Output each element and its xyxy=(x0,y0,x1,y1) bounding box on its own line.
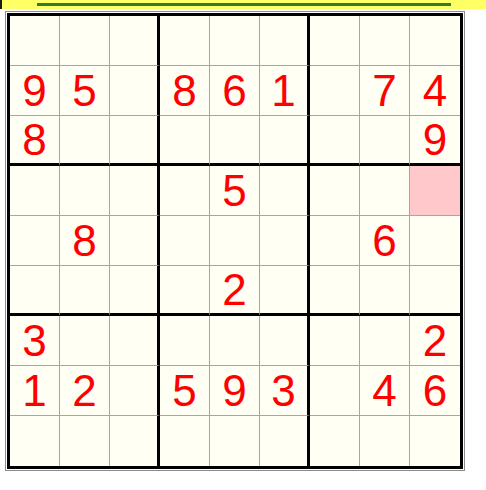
timer-bar xyxy=(0,0,486,9)
cell-r9c4[interactable] xyxy=(160,416,210,466)
cell-r9c1[interactable] xyxy=(10,416,60,466)
cell-r6c2[interactable] xyxy=(60,266,110,316)
cell-r5c1[interactable] xyxy=(10,216,60,266)
cell-r6c1[interactable] xyxy=(10,266,60,316)
cell-r8c5[interactable]: 9 xyxy=(210,366,260,416)
cell-r4c4[interactable] xyxy=(160,166,210,216)
cell-r4c2[interactable] xyxy=(60,166,110,216)
cell-r3c6[interactable] xyxy=(260,116,310,166)
cell-r6c7[interactable] xyxy=(310,266,360,316)
cell-r4c3[interactable] xyxy=(110,166,160,216)
cell-r4c1[interactable] xyxy=(10,166,60,216)
cell-r9c8[interactable] xyxy=(360,416,410,466)
cell-r9c7[interactable] xyxy=(310,416,360,466)
cell-r8c9[interactable]: 6 xyxy=(410,366,460,416)
cell-r6c5[interactable]: 2 xyxy=(210,266,260,316)
cell-r1c1[interactable] xyxy=(10,16,60,66)
cell-r2c8[interactable]: 7 xyxy=(360,66,410,116)
cell-r8c4[interactable]: 5 xyxy=(160,366,210,416)
cell-r7c6[interactable] xyxy=(260,316,310,366)
cell-r9c9[interactable] xyxy=(410,416,460,466)
cell-r3c9[interactable]: 9 xyxy=(410,116,460,166)
cell-r6c9[interactable] xyxy=(410,266,460,316)
cell-r6c8[interactable] xyxy=(360,266,410,316)
cell-r1c7[interactable] xyxy=(310,16,360,66)
cell-r9c6[interactable] xyxy=(260,416,310,466)
cell-r3c4[interactable] xyxy=(160,116,210,166)
cell-r9c3[interactable] xyxy=(110,416,160,466)
cell-r7c2[interactable] xyxy=(60,316,110,366)
cell-r2c9[interactable]: 4 xyxy=(410,66,460,116)
cell-r8c1[interactable]: 1 xyxy=(10,366,60,416)
cell-r1c6[interactable] xyxy=(260,16,310,66)
cell-r1c4[interactable] xyxy=(160,16,210,66)
cell-r4c8[interactable] xyxy=(360,166,410,216)
cell-r2c7[interactable] xyxy=(310,66,360,116)
cell-r3c2[interactable] xyxy=(60,116,110,166)
sudoku-board: 9586174895862321259346 xyxy=(7,13,463,469)
cell-r5c5[interactable] xyxy=(210,216,260,266)
cell-r3c8[interactable] xyxy=(360,116,410,166)
cell-r8c3[interactable] xyxy=(110,366,160,416)
cell-r5c8[interactable]: 6 xyxy=(360,216,410,266)
cell-r8c2[interactable]: 2 xyxy=(60,366,110,416)
cell-r7c9[interactable]: 2 xyxy=(410,316,460,366)
cell-r5c6[interactable] xyxy=(260,216,310,266)
cell-r4c6[interactable] xyxy=(260,166,310,216)
cell-r4c9[interactable] xyxy=(410,166,460,216)
cell-r7c3[interactable] xyxy=(110,316,160,366)
cell-r7c4[interactable] xyxy=(160,316,210,366)
cell-r1c2[interactable] xyxy=(60,16,110,66)
cell-r5c4[interactable] xyxy=(160,216,210,266)
cell-r1c5[interactable] xyxy=(210,16,260,66)
cell-r7c8[interactable] xyxy=(360,316,410,366)
cell-r6c3[interactable] xyxy=(110,266,160,316)
cell-r3c1[interactable]: 8 xyxy=(10,116,60,166)
cell-r6c4[interactable] xyxy=(160,266,210,316)
cell-r2c3[interactable] xyxy=(110,66,160,116)
timer-progress-line xyxy=(37,3,451,6)
cell-r5c2[interactable]: 8 xyxy=(60,216,110,266)
cell-r5c3[interactable] xyxy=(110,216,160,266)
sudoku-board-frame: 9586174895862321259346 xyxy=(5,11,465,471)
cell-r2c6[interactable]: 1 xyxy=(260,66,310,116)
cell-r1c8[interactable] xyxy=(360,16,410,66)
cell-r8c8[interactable]: 4 xyxy=(360,366,410,416)
cell-r2c5[interactable]: 6 xyxy=(210,66,260,116)
cell-r7c1[interactable]: 3 xyxy=(10,316,60,366)
cell-r3c5[interactable] xyxy=(210,116,260,166)
timer-start-tick xyxy=(0,0,2,9)
cell-r5c7[interactable] xyxy=(310,216,360,266)
cell-r8c7[interactable] xyxy=(310,366,360,416)
cell-r2c1[interactable]: 9 xyxy=(10,66,60,116)
cell-r9c5[interactable] xyxy=(210,416,260,466)
cell-r4c7[interactable] xyxy=(310,166,360,216)
cell-r2c2[interactable]: 5 xyxy=(60,66,110,116)
cell-r5c9[interactable] xyxy=(410,216,460,266)
cell-r1c9[interactable] xyxy=(410,16,460,66)
cell-r1c3[interactable] xyxy=(110,16,160,66)
cell-r6c6[interactable] xyxy=(260,266,310,316)
cell-r3c7[interactable] xyxy=(310,116,360,166)
cell-r3c3[interactable] xyxy=(110,116,160,166)
cell-r4c5[interactable]: 5 xyxy=(210,166,260,216)
cell-r7c5[interactable] xyxy=(210,316,260,366)
cell-r7c7[interactable] xyxy=(310,316,360,366)
cell-r2c4[interactable]: 8 xyxy=(160,66,210,116)
cell-r9c2[interactable] xyxy=(60,416,110,466)
cell-r8c6[interactable]: 3 xyxy=(260,366,310,416)
